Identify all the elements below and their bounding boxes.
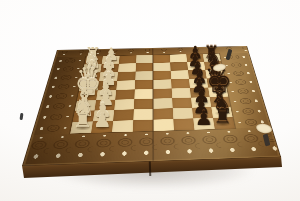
square-f4 [134,99,153,110]
clasp-left [20,113,24,120]
square-f8 [210,97,231,108]
square-d6 [171,79,190,89]
photo-scene: ♜♞♝♛♚♝♞♜♟♟♟♟♟♟♟♟♟♟♟♟♟♟♟♟♜♞♝♛♚♝♞♜ [0,0,300,201]
square-e3 [115,89,135,99]
square-e4 [134,89,153,99]
square-h6 [173,118,194,130]
square-e7 [190,88,210,98]
square-e6 [172,88,191,98]
square-h4 [133,120,154,132]
square-e2 [96,90,116,100]
square-d2 [98,81,118,91]
square-d7 [189,78,208,88]
square-e5 [153,88,172,98]
square-d3 [116,80,135,90]
square-g5 [153,108,173,119]
square-f6 [172,98,192,109]
square-h5 [153,119,174,131]
chess-board [22,46,281,166]
square-h2 [91,121,113,133]
square-h8 [213,117,235,129]
square-d4 [135,80,153,90]
square-g4 [133,109,153,120]
square-f1 [75,100,96,111]
square-f3 [114,99,134,110]
square-e1 [77,90,98,100]
square-g6 [173,108,193,119]
square-f5 [153,98,172,109]
square-h1 [70,121,93,133]
square-d1 [79,81,99,91]
square-d5 [153,79,171,89]
square-g2 [93,110,114,121]
square-f2 [95,100,116,111]
square-g3 [113,109,134,120]
square-g7 [192,107,213,118]
square-f7 [191,97,211,108]
square-d8 [207,78,227,87]
square-g8 [211,107,232,118]
square-e8 [208,87,228,97]
square-h3 [112,120,133,132]
square-h7 [193,118,215,130]
square-g1 [73,110,95,122]
